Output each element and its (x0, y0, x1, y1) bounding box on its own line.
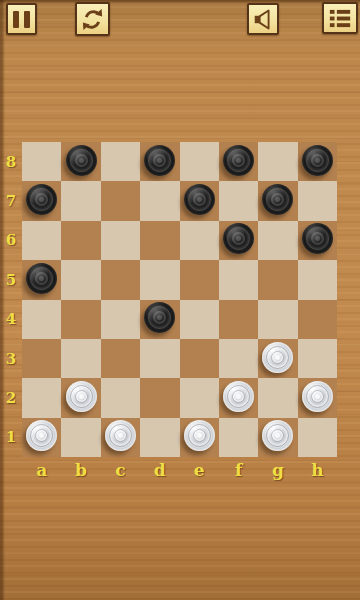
file-labels: abcdefgh (22, 458, 337, 482)
black-piece-h6[interactable] (302, 223, 333, 254)
sound-button[interactable] (247, 3, 279, 35)
square-e2[interactable] (180, 378, 219, 417)
file-label-c: c (101, 458, 140, 482)
white-piece-g3[interactable] (262, 342, 293, 373)
square-d1[interactable] (140, 418, 179, 457)
square-c5[interactable] (101, 260, 140, 299)
black-piece-d4[interactable] (144, 302, 175, 333)
square-e5[interactable] (180, 260, 219, 299)
square-g8[interactable] (258, 142, 297, 181)
file-label-a: a (22, 458, 61, 482)
square-b4[interactable] (61, 300, 100, 339)
square-h4[interactable] (298, 300, 337, 339)
white-piece-a1[interactable] (26, 420, 57, 451)
black-piece-d8[interactable] (144, 145, 175, 176)
rank-label-2: 2 (0, 378, 22, 417)
rank-label-3: 3 (0, 339, 22, 378)
white-piece-h2[interactable] (302, 381, 333, 412)
square-f6[interactable] (219, 221, 258, 260)
black-piece-f8[interactable] (223, 145, 254, 176)
restart-button[interactable] (75, 2, 110, 36)
square-f5[interactable] (219, 260, 258, 299)
square-h6[interactable] (298, 221, 337, 260)
file-label-g: g (258, 458, 297, 482)
rank-label-4: 4 (0, 300, 22, 339)
black-piece-a5[interactable] (26, 263, 57, 294)
square-h3[interactable] (298, 339, 337, 378)
square-g5[interactable] (258, 260, 297, 299)
square-f7[interactable] (219, 181, 258, 220)
square-h1[interactable] (298, 418, 337, 457)
square-f2[interactable] (219, 378, 258, 417)
square-c8[interactable] (101, 142, 140, 181)
file-label-h: h (298, 458, 337, 482)
white-piece-e1[interactable] (184, 420, 215, 451)
square-h8[interactable] (298, 142, 337, 181)
square-e3[interactable] (180, 339, 219, 378)
rank-label-1: 1 (0, 418, 22, 457)
square-c3[interactable] (101, 339, 140, 378)
square-b6[interactable] (61, 221, 100, 260)
square-b7[interactable] (61, 181, 100, 220)
square-d7[interactable] (140, 181, 179, 220)
speaker-icon (251, 7, 276, 32)
square-c4[interactable] (101, 300, 140, 339)
rank-label-5: 5 (0, 260, 22, 299)
black-piece-b8[interactable] (66, 145, 97, 176)
black-piece-f6[interactable] (223, 223, 254, 254)
square-f4[interactable] (219, 300, 258, 339)
pause-icon (13, 11, 30, 28)
square-g7[interactable] (258, 181, 297, 220)
square-d5[interactable] (140, 260, 179, 299)
file-label-b: b (61, 458, 100, 482)
square-f1[interactable] (219, 418, 258, 457)
square-b8[interactable] (61, 142, 100, 181)
black-piece-e7[interactable] (184, 184, 215, 215)
square-a8[interactable] (22, 142, 61, 181)
square-e1[interactable] (180, 418, 219, 457)
square-c7[interactable] (101, 181, 140, 220)
square-d6[interactable] (140, 221, 179, 260)
square-b5[interactable] (61, 260, 100, 299)
square-e6[interactable] (180, 221, 219, 260)
square-a6[interactable] (22, 221, 61, 260)
menu-list-icon (326, 6, 354, 31)
square-g6[interactable] (258, 221, 297, 260)
restart-icon (79, 6, 106, 33)
square-f8[interactable] (219, 142, 258, 181)
game-screen: 87654321 abcdefgh (0, 0, 360, 600)
square-e4[interactable] (180, 300, 219, 339)
square-f3[interactable] (219, 339, 258, 378)
square-a1[interactable] (22, 418, 61, 457)
white-piece-c1[interactable] (105, 420, 136, 451)
white-piece-g1[interactable] (262, 420, 293, 451)
square-c1[interactable] (101, 418, 140, 457)
square-h5[interactable] (298, 260, 337, 299)
black-piece-a7[interactable] (26, 184, 57, 215)
square-d2[interactable] (140, 378, 179, 417)
square-e8[interactable] (180, 142, 219, 181)
square-b2[interactable] (61, 378, 100, 417)
square-a7[interactable] (22, 181, 61, 220)
square-d4[interactable] (140, 300, 179, 339)
square-a5[interactable] (22, 260, 61, 299)
white-piece-b2[interactable] (66, 381, 97, 412)
rank-label-6: 6 (0, 221, 22, 260)
square-h2[interactable] (298, 378, 337, 417)
black-piece-g7[interactable] (262, 184, 293, 215)
file-label-e: e (180, 458, 219, 482)
square-b1[interactable] (61, 418, 100, 457)
rank-label-8: 8 (0, 142, 22, 181)
square-c2[interactable] (101, 378, 140, 417)
square-b3[interactable] (61, 339, 100, 378)
square-h7[interactable] (298, 181, 337, 220)
square-a4[interactable] (22, 300, 61, 339)
pause-button[interactable] (6, 3, 37, 35)
square-e7[interactable] (180, 181, 219, 220)
square-d8[interactable] (140, 142, 179, 181)
square-g4[interactable] (258, 300, 297, 339)
black-piece-h8[interactable] (302, 145, 333, 176)
square-g2[interactable] (258, 378, 297, 417)
square-a3[interactable] (22, 339, 61, 378)
rank-label-7: 7 (0, 181, 22, 220)
rank-labels: 87654321 (0, 142, 22, 457)
board (22, 142, 337, 457)
white-piece-f2[interactable] (223, 381, 254, 412)
square-a2[interactable] (22, 378, 61, 417)
square-c6[interactable] (101, 221, 140, 260)
menu-button[interactable] (322, 2, 358, 34)
file-label-d: d (140, 458, 179, 482)
square-d3[interactable] (140, 339, 179, 378)
square-g3[interactable] (258, 339, 297, 378)
square-g1[interactable] (258, 418, 297, 457)
file-label-f: f (219, 458, 258, 482)
